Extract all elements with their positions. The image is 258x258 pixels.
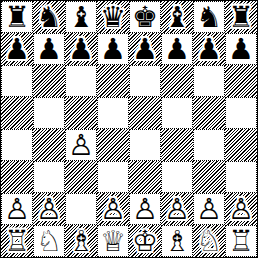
square-g1[interactable]: ♘ (193, 225, 225, 257)
square-e5[interactable] (129, 97, 161, 129)
square-e3[interactable] (129, 161, 161, 193)
square-b3[interactable] (33, 161, 65, 193)
square-b4[interactable] (33, 129, 65, 161)
square-c2[interactable] (65, 193, 97, 225)
black-bishop[interactable]: ♝ (164, 1, 190, 33)
square-b7[interactable]: ♟ (33, 33, 65, 65)
square-h6[interactable] (225, 65, 257, 97)
square-h8[interactable]: ♜ (225, 1, 257, 33)
white-knight[interactable]: ♘ (36, 225, 62, 257)
square-b6[interactable] (33, 65, 65, 97)
square-g6[interactable] (193, 65, 225, 97)
square-f1[interactable]: ♗ (161, 225, 193, 257)
square-d4[interactable] (97, 129, 129, 161)
square-c5[interactable] (65, 97, 97, 129)
white-pawn[interactable]: ♙ (100, 193, 126, 225)
square-e8[interactable]: ♚ (129, 1, 161, 33)
square-e4[interactable] (129, 129, 161, 161)
square-c8[interactable]: ♝ (65, 1, 97, 33)
white-king[interactable]: ♔ (132, 225, 158, 257)
white-pawn[interactable]: ♙ (68, 129, 94, 161)
white-pawn[interactable]: ♙ (36, 193, 62, 225)
square-h3[interactable] (225, 161, 257, 193)
black-king[interactable]: ♚ (132, 1, 158, 33)
white-queen[interactable]: ♕ (100, 225, 126, 257)
square-a4[interactable] (1, 129, 33, 161)
black-pawn[interactable]: ♟ (164, 33, 190, 65)
square-b1[interactable]: ♘ (33, 225, 65, 257)
square-f8[interactable]: ♝ (161, 1, 193, 33)
square-a3[interactable] (1, 161, 33, 193)
black-pawn[interactable]: ♟ (228, 33, 254, 65)
square-f7[interactable]: ♟ (161, 33, 193, 65)
black-queen[interactable]: ♛ (100, 1, 126, 33)
square-e7[interactable]: ♟ (129, 33, 161, 65)
square-f4[interactable] (161, 129, 193, 161)
square-c3[interactable] (65, 161, 97, 193)
square-d6[interactable] (97, 65, 129, 97)
square-g4[interactable] (193, 129, 225, 161)
square-d7[interactable]: ♟ (97, 33, 129, 65)
square-d2[interactable]: ♙ (97, 193, 129, 225)
square-g3[interactable] (193, 161, 225, 193)
black-pawn[interactable]: ♟ (196, 33, 222, 65)
square-a6[interactable] (1, 65, 33, 97)
black-knight[interactable]: ♞ (36, 1, 62, 33)
square-a1[interactable]: ♖ (1, 225, 33, 257)
square-c4[interactable]: ♙ (65, 129, 97, 161)
black-rook[interactable]: ♜ (228, 1, 254, 33)
square-f2[interactable]: ♙ (161, 193, 193, 225)
square-h5[interactable] (225, 97, 257, 129)
square-f5[interactable] (161, 97, 193, 129)
white-pawn[interactable]: ♙ (4, 193, 30, 225)
black-pawn[interactable]: ♟ (132, 33, 158, 65)
white-pawn[interactable]: ♙ (132, 193, 158, 225)
square-c1[interactable]: ♗ (65, 225, 97, 257)
square-d8[interactable]: ♛ (97, 1, 129, 33)
white-bishop[interactable]: ♗ (164, 225, 190, 257)
white-pawn[interactable]: ♙ (228, 193, 254, 225)
black-pawn[interactable]: ♟ (4, 33, 30, 65)
square-a2[interactable]: ♙ (1, 193, 33, 225)
square-h7[interactable]: ♟ (225, 33, 257, 65)
square-g7[interactable]: ♟ (193, 33, 225, 65)
square-a7[interactable]: ♟ (1, 33, 33, 65)
white-pawn[interactable]: ♙ (164, 193, 190, 225)
square-a5[interactable] (1, 97, 33, 129)
square-e6[interactable] (129, 65, 161, 97)
black-bishop[interactable]: ♝ (68, 1, 94, 33)
square-c7[interactable]: ♟ (65, 33, 97, 65)
square-h4[interactable] (225, 129, 257, 161)
black-pawn[interactable]: ♟ (36, 33, 62, 65)
square-d1[interactable]: ♕ (97, 225, 129, 257)
square-g8[interactable]: ♞ (193, 1, 225, 33)
square-d5[interactable] (97, 97, 129, 129)
square-f3[interactable] (161, 161, 193, 193)
white-bishop[interactable]: ♗ (68, 225, 94, 257)
black-rook[interactable]: ♜ (4, 1, 30, 33)
square-a8[interactable]: ♜ (1, 1, 33, 33)
square-b5[interactable] (33, 97, 65, 129)
square-d3[interactable] (97, 161, 129, 193)
square-g5[interactable] (193, 97, 225, 129)
white-rook[interactable]: ♖ (4, 225, 30, 257)
square-h2[interactable]: ♙ (225, 193, 257, 225)
square-c6[interactable] (65, 65, 97, 97)
square-h1[interactable]: ♖ (225, 225, 257, 257)
black-knight[interactable]: ♞ (196, 1, 222, 33)
square-g2[interactable]: ♙ (193, 193, 225, 225)
white-rook[interactable]: ♖ (228, 225, 254, 257)
square-f6[interactable] (161, 65, 193, 97)
white-knight[interactable]: ♘ (196, 225, 222, 257)
black-pawn[interactable]: ♟ (100, 33, 126, 65)
square-b2[interactable]: ♙ (33, 193, 65, 225)
black-pawn[interactable]: ♟ (68, 33, 94, 65)
square-b8[interactable]: ♞ (33, 1, 65, 33)
square-e2[interactable]: ♙ (129, 193, 161, 225)
chess-board: ♜♞♝♛♚♝♞♜♟♟♟♟♟♟♟♟♙♙♙♙♙♙♙♙♖♘♗♕♔♗♘♖ (0, 0, 258, 258)
square-e1[interactable]: ♔ (129, 225, 161, 257)
white-pawn[interactable]: ♙ (196, 193, 222, 225)
